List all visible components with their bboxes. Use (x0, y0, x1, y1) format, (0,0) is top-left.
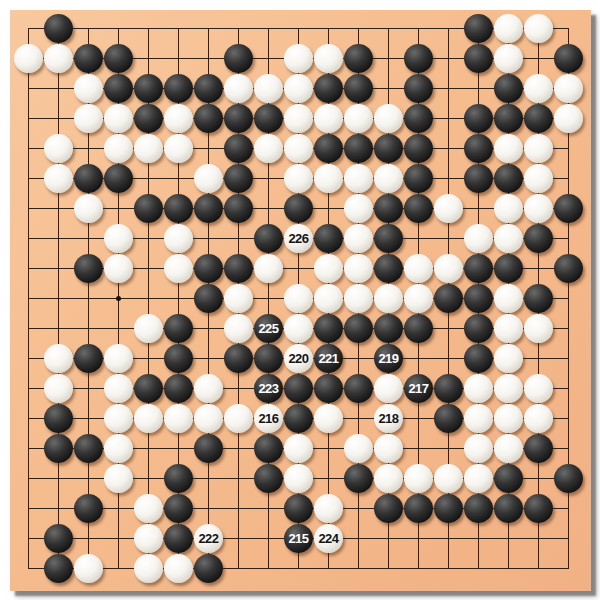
stone-white (104, 464, 133, 493)
stone-black (44, 404, 73, 433)
stone-white (524, 314, 553, 343)
stone-black (344, 374, 373, 403)
stone-black (284, 194, 313, 223)
stone-white (494, 44, 523, 73)
stone-white (494, 284, 523, 313)
stone-black (374, 194, 403, 223)
stone-white (284, 74, 313, 103)
stone-white (284, 314, 313, 343)
stone-black (254, 434, 283, 463)
stone-white (524, 404, 553, 433)
stone-white (284, 104, 313, 133)
stone-white (284, 464, 313, 493)
stone-black (224, 44, 253, 73)
stone-white (374, 434, 403, 463)
stone-white (464, 374, 493, 403)
stone-white (44, 374, 73, 403)
stone-black (464, 314, 493, 343)
stone-white (284, 284, 313, 313)
stone-black (224, 194, 253, 223)
stone-black (224, 344, 253, 373)
stone-white (554, 104, 583, 133)
stone-black (44, 14, 73, 43)
stone-white (404, 464, 433, 493)
stone-black (434, 374, 463, 403)
stone-black (524, 224, 553, 253)
stone-black (254, 224, 283, 253)
move-number-label: 215 (288, 532, 308, 545)
stone-white (164, 404, 193, 433)
move-number-label: 221 (318, 352, 338, 365)
stone-white (164, 254, 193, 283)
stone-black (164, 344, 193, 373)
stone-white (14, 44, 43, 73)
stone-black (134, 104, 163, 133)
stone-white (104, 374, 133, 403)
stone-black (404, 104, 433, 133)
stone-black (374, 314, 403, 343)
stone-black: 225 (254, 314, 283, 343)
stone-black: 223 (254, 374, 283, 403)
stone-black (44, 434, 73, 463)
move-number-label: 220 (288, 352, 308, 365)
stone-white: 226 (284, 224, 313, 253)
stone-white (104, 104, 133, 133)
stone-black (524, 104, 553, 133)
stone-white (344, 164, 373, 193)
stone-black (344, 44, 373, 73)
stone-black (464, 44, 493, 73)
stone-white (494, 374, 523, 403)
stone-black (164, 464, 193, 493)
stone-white (104, 344, 133, 373)
stone-white (164, 134, 193, 163)
stone-white (284, 134, 313, 163)
stone-black (554, 464, 583, 493)
stone-black (344, 74, 373, 103)
stone-black (224, 254, 253, 283)
stone-white (494, 194, 523, 223)
stone-white (44, 344, 73, 373)
stone-white (134, 314, 163, 343)
stone-black (404, 164, 433, 193)
stone-black (74, 344, 103, 373)
stone-black (494, 254, 523, 283)
stone-black (224, 134, 253, 163)
stone-white (284, 434, 313, 463)
stone-black (464, 164, 493, 193)
stone-black (194, 104, 223, 133)
move-number-label: 222 (198, 532, 218, 545)
stone-black (194, 74, 223, 103)
stone-white (164, 224, 193, 253)
stone-black (194, 254, 223, 283)
stone-black (254, 464, 283, 493)
stone-black (464, 14, 493, 43)
stone-black (404, 44, 433, 73)
stone-black (374, 254, 403, 283)
stone-white (314, 284, 343, 313)
stone-white (524, 194, 553, 223)
stone-white (134, 494, 163, 523)
stone-black (104, 74, 133, 103)
stone-black (284, 374, 313, 403)
stone-white (44, 164, 73, 193)
stone-white (404, 284, 433, 313)
stone-black (494, 164, 523, 193)
stone-black (434, 284, 463, 313)
stone-white (434, 464, 463, 493)
stone-white (524, 374, 553, 403)
stone-white: 216 (254, 404, 283, 433)
stone-black (494, 494, 523, 523)
stone-black: 221 (314, 344, 343, 373)
stone-white (314, 164, 343, 193)
stone-black (224, 164, 253, 193)
stone-black (344, 314, 373, 343)
stone-black (464, 134, 493, 163)
stone-white (524, 74, 553, 103)
stone-white (344, 284, 373, 313)
stone-white (344, 194, 373, 223)
stone-black (164, 314, 193, 343)
stone-black (164, 194, 193, 223)
stone-white (344, 224, 373, 253)
stone-white (194, 164, 223, 193)
stone-white (344, 104, 373, 133)
stone-white (494, 14, 523, 43)
stone-white: 218 (374, 404, 403, 433)
stone-black (314, 74, 343, 103)
stone-black (404, 74, 433, 103)
stone-white (134, 134, 163, 163)
stone-white (44, 134, 73, 163)
stone-black (194, 554, 223, 583)
stone-black (74, 44, 103, 73)
stone-black (134, 374, 163, 403)
stone-black (464, 344, 493, 373)
stone-white (344, 254, 373, 283)
stone-black (494, 74, 523, 103)
stone-white (524, 164, 553, 193)
stone-black (464, 254, 493, 283)
stone-black (74, 254, 103, 283)
stone-white (164, 104, 193, 133)
stone-white (224, 284, 253, 313)
stone-white (374, 374, 403, 403)
stone-black (254, 104, 283, 133)
stone-black (554, 44, 583, 73)
stone-white (254, 74, 283, 103)
stone-white (224, 74, 253, 103)
stone-black (314, 134, 343, 163)
star-point (116, 296, 121, 301)
stone-white (134, 554, 163, 583)
stone-black (44, 524, 73, 553)
stone-black (554, 254, 583, 283)
stone-black (464, 284, 493, 313)
stone-black (74, 164, 103, 193)
stone-white (134, 524, 163, 553)
stone-black (284, 494, 313, 523)
stone-white (344, 434, 373, 463)
stone-black (524, 494, 553, 523)
stone-white (494, 134, 523, 163)
stone-white (314, 44, 343, 73)
stone-white (464, 224, 493, 253)
stone-white (104, 224, 133, 253)
stone-white (314, 104, 343, 133)
stone-black (404, 134, 433, 163)
go-board[interactable]: 226225220221219223217216218222215224 (10, 10, 591, 591)
stone-white (224, 314, 253, 343)
stone-white (194, 374, 223, 403)
stone-white (74, 554, 103, 583)
stone-black (44, 554, 73, 583)
stone-black (314, 314, 343, 343)
stone-white (104, 404, 133, 433)
stone-white (284, 44, 313, 73)
stone-black (524, 434, 553, 463)
stone-white (524, 134, 553, 163)
stone-white (374, 104, 403, 133)
stone-white (434, 194, 463, 223)
stone-white (74, 104, 103, 133)
stone-white (104, 134, 133, 163)
stone-black (314, 224, 343, 253)
stone-black: 215 (284, 524, 313, 553)
stone-black (134, 74, 163, 103)
stone-black (194, 284, 223, 313)
move-number-label: 216 (258, 412, 278, 425)
stone-black (224, 104, 253, 133)
stone-black (254, 344, 283, 373)
move-number-label: 219 (378, 352, 398, 365)
stone-white (404, 254, 433, 283)
stone-black (374, 134, 403, 163)
stone-white (434, 254, 463, 283)
stone-black (314, 374, 343, 403)
stone-white (74, 194, 103, 223)
stone-white (284, 164, 313, 193)
stone-white: 222 (194, 524, 223, 553)
stone-black (164, 524, 193, 553)
stone-white (314, 494, 343, 523)
stone-white (164, 554, 193, 583)
stone-black (104, 44, 133, 73)
stone-black (404, 194, 433, 223)
stone-black (104, 164, 133, 193)
stone-white: 220 (284, 344, 313, 373)
stone-black (164, 74, 193, 103)
stone-white (44, 44, 73, 73)
stone-white (314, 404, 343, 433)
stone-white (494, 404, 523, 433)
stone-white (464, 464, 493, 493)
stone-white (494, 344, 523, 373)
stone-white (194, 404, 223, 433)
stone-black: 219 (374, 344, 403, 373)
stone-black: 217 (404, 374, 433, 403)
stone-white (374, 284, 403, 313)
stone-black (404, 314, 433, 343)
grid-line-horizontal (28, 568, 569, 569)
stone-black (284, 404, 313, 433)
move-number-label: 226 (288, 232, 308, 245)
stone-white (104, 434, 133, 463)
stone-black (464, 104, 493, 133)
stone-black (374, 494, 403, 523)
stone-black (494, 464, 523, 493)
stone-white (494, 224, 523, 253)
stone-black (194, 194, 223, 223)
stone-white (464, 404, 493, 433)
stone-white (254, 254, 283, 283)
stone-white (374, 164, 403, 193)
stone-black (464, 494, 493, 523)
stone-white (314, 254, 343, 283)
stone-black (344, 464, 373, 493)
stone-white (554, 74, 583, 103)
screenshot-stage: 226225220221219223217216218222215224 (0, 0, 600, 600)
stone-white (464, 434, 493, 463)
stone-black (554, 194, 583, 223)
stone-black (434, 494, 463, 523)
stone-black (434, 404, 463, 433)
stone-black (404, 494, 433, 523)
stone-white (374, 464, 403, 493)
stone-white (134, 404, 163, 433)
move-number-label: 224 (318, 532, 338, 545)
stone-black (524, 284, 553, 313)
move-number-label: 225 (258, 322, 278, 335)
move-number-label: 218 (378, 412, 398, 425)
stone-black (74, 494, 103, 523)
stone-black (74, 434, 103, 463)
stone-black (374, 224, 403, 253)
stone-white (104, 254, 133, 283)
stone-white (494, 314, 523, 343)
stone-black (344, 134, 373, 163)
move-number-label: 217 (408, 382, 428, 395)
stone-black (194, 434, 223, 463)
stone-white: 224 (314, 524, 343, 553)
stone-white (524, 14, 553, 43)
stone-black (164, 494, 193, 523)
stone-black (164, 374, 193, 403)
stone-white (494, 434, 523, 463)
move-number-label: 223 (258, 382, 278, 395)
stone-black (134, 194, 163, 223)
stone-black (494, 104, 523, 133)
stone-white (224, 404, 253, 433)
stone-white (254, 134, 283, 163)
stone-white (74, 74, 103, 103)
